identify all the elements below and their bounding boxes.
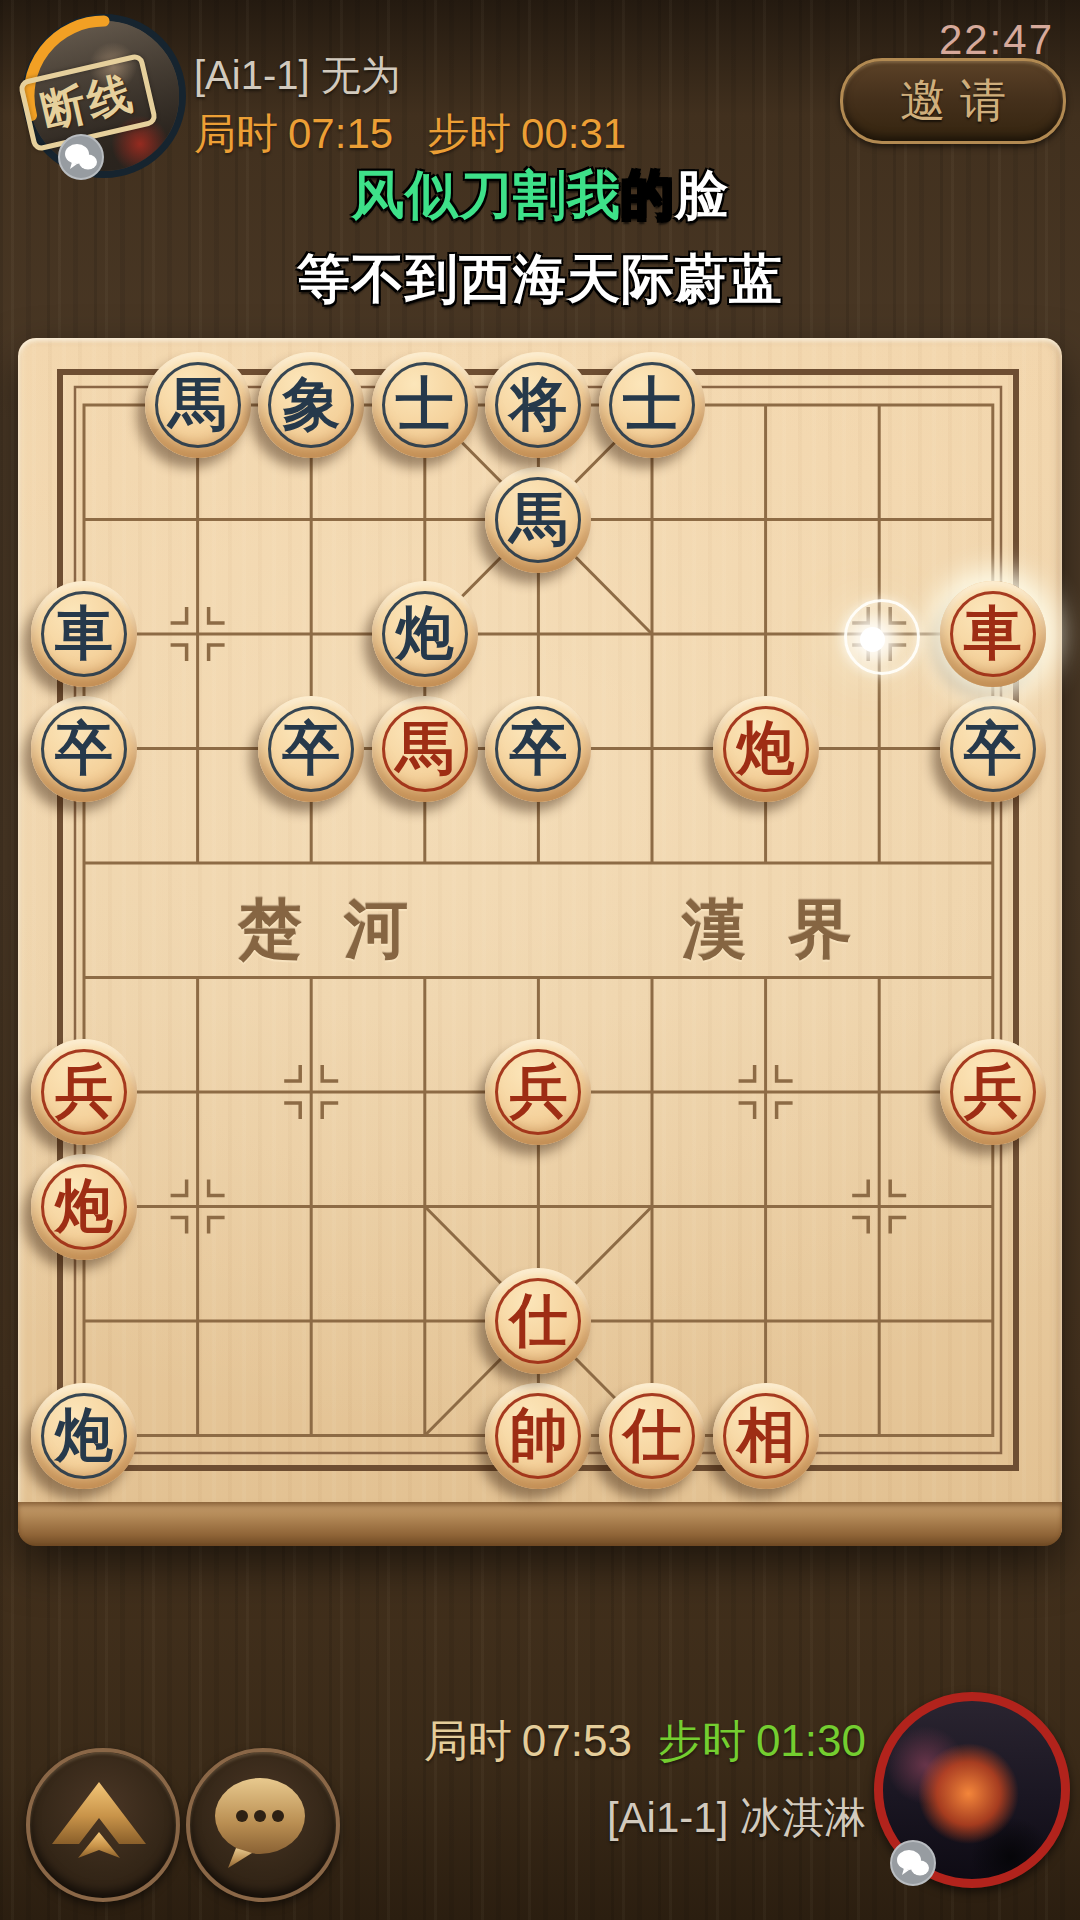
opponent-name: [Ai1-1] 无为 (194, 48, 401, 103)
player-move-time: 01:30 (756, 1716, 866, 1765)
collapse-up-icon (30, 1752, 168, 1890)
player-move-time-label: 步时 (658, 1716, 746, 1765)
piece-glyph: 車 (940, 581, 1046, 687)
piece-glyph: 相 (713, 1383, 819, 1489)
piece-red-兵[interactable]: 兵 (31, 1039, 137, 1145)
piece-glyph: 車 (31, 581, 137, 687)
player-timers: 局时07:53步时01:30 (424, 1712, 866, 1771)
piece-black-将[interactable]: 将 (485, 352, 591, 458)
piece-glyph: 馬 (372, 696, 478, 802)
piece-red-仕[interactable]: 仕 (485, 1268, 591, 1374)
piece-red-兵[interactable]: 兵 (940, 1039, 1046, 1145)
piece-black-士[interactable]: 士 (372, 352, 478, 458)
piece-red-仕[interactable]: 仕 (599, 1383, 705, 1489)
player-game-time: 07:53 (522, 1716, 632, 1765)
piece-glyph: 馬 (485, 467, 591, 573)
river-label-left: 楚河 (238, 886, 450, 973)
lyric-sung-part: 风似刀割我 (351, 165, 621, 224)
chat-bubble-icon (190, 1752, 328, 1890)
opponent-timers: 局时07:15步时00:31 (194, 106, 626, 162)
piece-glyph: 士 (372, 352, 478, 458)
wechat-icon (890, 1840, 936, 1886)
piece-black-卒[interactable]: 卒 (940, 696, 1046, 802)
lyric-transition-char: 的 (621, 165, 675, 224)
piece-glyph: 象 (258, 352, 364, 458)
piece-black-馬[interactable]: 馬 (485, 467, 591, 573)
river-label-right: 漢界 (682, 886, 894, 973)
lyric-unsung-part: 脸 (675, 165, 729, 224)
lyric-line-next: 等不到西海天际蔚蓝 (0, 244, 1080, 316)
piece-glyph: 卒 (258, 696, 364, 802)
piece-glyph: 卒 (940, 696, 1046, 802)
piece-glyph: 卒 (31, 696, 137, 802)
opponent-move-time: 00:31 (521, 110, 626, 157)
piece-glyph: 炮 (372, 581, 478, 687)
system-clock: 22:47 (939, 16, 1054, 64)
opponent-game-time: 07:15 (288, 110, 393, 157)
invite-button[interactable]: 邀请 (840, 58, 1066, 144)
piece-black-卒[interactable]: 卒 (31, 696, 137, 802)
piece-glyph: 炮 (31, 1154, 137, 1260)
piece-black-炮[interactable]: 炮 (372, 581, 478, 687)
opponent-game-time-label: 局时 (194, 110, 278, 157)
player-name: [Ai1-1] 冰淇淋 (607, 1790, 866, 1846)
collapse-panel-button[interactable] (26, 1748, 180, 1902)
piece-red-相[interactable]: 相 (713, 1383, 819, 1489)
piece-glyph: 炮 (31, 1383, 137, 1489)
piece-glyph: 仕 (599, 1383, 705, 1489)
piece-glyph: 仕 (485, 1268, 591, 1374)
opponent-move-time-label: 步时 (427, 110, 511, 157)
lyric-line-current: 风似刀割我的脸 (0, 160, 1080, 232)
player-avatar[interactable] (874, 1692, 1070, 1888)
piece-glyph: 兵 (31, 1039, 137, 1145)
piece-black-卒[interactable]: 卒 (258, 696, 364, 802)
piece-glyph: 兵 (485, 1039, 591, 1145)
piece-black-士[interactable]: 士 (599, 352, 705, 458)
piece-black-馬[interactable]: 馬 (145, 352, 251, 458)
xiangqi-app-screen: 22:47 断线 [Ai1-1] 无为 局时07:15步时00:31 邀请 风似… (0, 0, 1080, 1920)
piece-glyph: 馬 (145, 352, 251, 458)
piece-glyph: 卒 (485, 696, 591, 802)
piece-glyph: 将 (485, 352, 591, 458)
piece-red-兵[interactable]: 兵 (485, 1039, 591, 1145)
piece-black-卒[interactable]: 卒 (485, 696, 591, 802)
piece-black-象[interactable]: 象 (258, 352, 364, 458)
piece-red-車[interactable]: 車 (940, 581, 1046, 687)
piece-red-炮[interactable]: 炮 (713, 696, 819, 802)
piece-black-車[interactable]: 車 (31, 581, 137, 687)
piece-glyph: 炮 (713, 696, 819, 802)
piece-red-帥[interactable]: 帥 (485, 1383, 591, 1489)
chat-button[interactable] (186, 1748, 340, 1902)
last-move-origin-marker (844, 599, 920, 675)
piece-glyph: 帥 (485, 1383, 591, 1489)
piece-red-馬[interactable]: 馬 (372, 696, 478, 802)
player-game-time-label: 局时 (424, 1716, 512, 1765)
opponent-avatar[interactable]: 断线 (22, 14, 186, 178)
piece-black-炮[interactable]: 炮 (31, 1383, 137, 1489)
piece-red-炮[interactable]: 炮 (31, 1154, 137, 1260)
piece-glyph: 士 (599, 352, 705, 458)
piece-glyph: 兵 (940, 1039, 1046, 1145)
